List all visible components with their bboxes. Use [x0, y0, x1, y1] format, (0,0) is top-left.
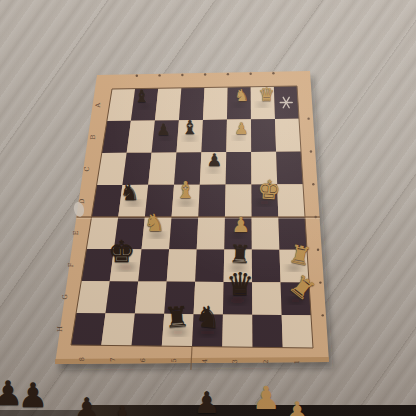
piece-black-pawn-c4: ♟ — [206, 152, 222, 169]
piece-black-rook-f3: ♜ — [229, 243, 252, 269]
piece-black-bishop-a7: ♝ — [134, 89, 149, 106]
piece-white-knight-a3: ♞ — [234, 88, 249, 105]
piece-black-bishop-b5: ♝ — [181, 119, 198, 138]
piece-black-knight-d7: ♞ — [120, 181, 140, 203]
offboard-piece-dark-2: ♟ — [74, 394, 101, 416]
piece-white-pawn-e3: ♟ — [231, 214, 250, 235]
offboard-piece-light-5: ♟ — [252, 382, 281, 414]
offboard-piece-light-6: ♟ — [285, 398, 309, 416]
piece-black-queen-g3: ♛ — [226, 269, 254, 301]
piece-white-rook-g1: ♜ — [284, 270, 319, 305]
offboard-piece-dark-1: ♟ — [18, 378, 48, 412]
piece-white-rook-f1: ♜ — [286, 241, 313, 270]
piece-white-bishop-d5: ♝ — [175, 180, 196, 203]
piece-white-pawn-b3: ♟ — [234, 121, 248, 137]
piece-black-pawn-b6: ♟ — [157, 122, 171, 138]
piece-white-king-d2: ♚ — [256, 176, 281, 204]
offboard-piece-dark-4: ♟ — [194, 388, 221, 416]
chess-photo-scene: ABCDEFGH87654321 ♝♟♝♟♞♝♚♞♟♚♜♜♛♜♜♞♞♛♟♟♟♟♟… — [0, 0, 416, 416]
piece-black-king-f7: ♚ — [108, 237, 135, 268]
offboard-piece-dark-3: ♟ — [110, 402, 134, 416]
pieces-layer: ♝♟♝♟♞♝♚♞♟♚♜♜♛♜♜♞♞♛♟♟♟♟♟♟♟♟ — [0, 0, 416, 416]
piece-white-knight-e6: ♞ — [144, 211, 166, 235]
piece-white-queen-a2: ♛ — [258, 86, 275, 105]
piece-black-knight-h4: ♞ — [194, 302, 223, 334]
piece-black-rook-h5: ♜ — [163, 303, 190, 333]
